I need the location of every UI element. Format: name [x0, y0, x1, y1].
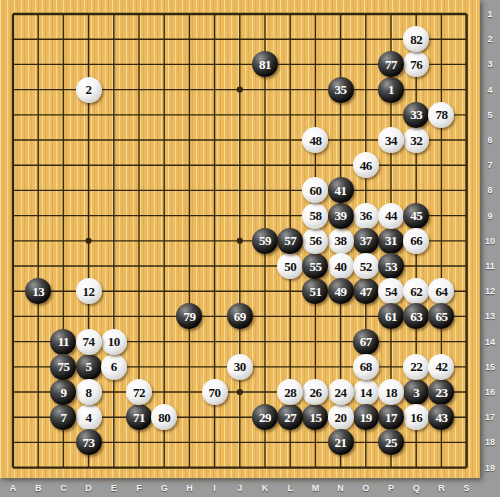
- move-number: 68: [360, 360, 372, 373]
- stone-white-72-F16[interactable]: 72: [126, 379, 152, 405]
- row-coordinate-strip: 12345678910111213141516171819: [480, 0, 500, 497]
- row-label-19: 19: [485, 463, 495, 473]
- move-number: 32: [410, 134, 422, 147]
- move-number: 52: [360, 260, 372, 273]
- stone-black-73-D18[interactable]: 73: [76, 429, 102, 455]
- move-number: 64: [435, 285, 447, 298]
- column-label-D: D: [85, 483, 92, 493]
- move-number: 15: [309, 411, 321, 424]
- stone-black-45-Q9[interactable]: 45: [403, 203, 429, 229]
- stone-white-52-O11[interactable]: 52: [353, 253, 379, 279]
- move-number: 53: [385, 260, 397, 273]
- stone-white-40-N11[interactable]: 40: [328, 253, 354, 279]
- move-number: 46: [360, 159, 372, 172]
- stone-white-10-E14[interactable]: 10: [101, 329, 127, 355]
- move-number: 45: [410, 209, 422, 222]
- stone-white-58-M9[interactable]: 58: [302, 203, 328, 229]
- stone-white-42-R15[interactable]: 42: [428, 354, 454, 380]
- column-label-F: F: [136, 483, 142, 493]
- move-number: 16: [410, 411, 422, 424]
- stone-white-44-P9[interactable]: 44: [378, 203, 404, 229]
- goban[interactable]: 1234567891011121314151617181920212223242…: [0, 0, 480, 478]
- stone-black-39-N9[interactable]: 39: [328, 203, 354, 229]
- move-number: 25: [385, 436, 397, 449]
- move-number: 37: [360, 234, 372, 247]
- move-number: 55: [309, 260, 321, 273]
- stone-white-74-D14[interactable]: 74: [76, 329, 102, 355]
- row-label-8: 8: [487, 185, 492, 195]
- stone-white-70-I16[interactable]: 70: [202, 379, 228, 405]
- stone-black-41-N8[interactable]: 41: [328, 177, 354, 203]
- move-number: 47: [360, 285, 372, 298]
- row-label-11: 11: [485, 261, 495, 271]
- move-number: 2: [86, 83, 92, 96]
- column-label-K: K: [262, 483, 269, 493]
- stone-black-47-O12[interactable]: 47: [353, 278, 379, 304]
- column-label-L: L: [287, 483, 293, 493]
- move-number: 79: [183, 310, 195, 323]
- row-label-18: 18: [485, 437, 495, 447]
- move-number: 58: [309, 209, 321, 222]
- go-diagram-window: 1234567891011121314151617181920212223242…: [0, 0, 500, 497]
- column-coordinate-strip: ABCDEFGHIJKLMNOPQRS: [0, 478, 480, 497]
- move-number: 75: [57, 360, 69, 373]
- stone-white-20-N17[interactable]: 20: [328, 404, 354, 430]
- stone-black-49-N12[interactable]: 49: [328, 278, 354, 304]
- stone-white-14-O16[interactable]: 14: [353, 379, 379, 405]
- move-number: 21: [335, 436, 347, 449]
- move-number: 14: [360, 386, 372, 399]
- row-label-4: 4: [487, 85, 492, 95]
- move-number: 78: [435, 108, 447, 121]
- row-label-16: 16: [485, 387, 495, 397]
- stone-black-31-P10[interactable]: 31: [378, 228, 404, 254]
- stone-white-2-D4[interactable]: 2: [76, 77, 102, 103]
- stone-white-4-D17[interactable]: 4: [76, 404, 102, 430]
- column-label-R: R: [438, 483, 445, 493]
- move-number: 27: [284, 411, 296, 424]
- move-number: 35: [335, 83, 347, 96]
- column-label-H: H: [186, 483, 193, 493]
- move-number: 72: [133, 386, 145, 399]
- stone-white-34-P6[interactable]: 34: [378, 127, 404, 153]
- move-number: 28: [284, 386, 296, 399]
- stone-black-37-O10[interactable]: 37: [353, 228, 379, 254]
- stone-white-30-J15[interactable]: 30: [227, 354, 253, 380]
- move-number: 81: [259, 58, 271, 71]
- column-label-S: S: [464, 483, 470, 493]
- move-number: 67: [360, 335, 372, 348]
- move-number: 62: [410, 285, 422, 298]
- stone-black-21-N18[interactable]: 21: [328, 429, 354, 455]
- move-number: 33: [410, 108, 422, 121]
- move-number: 60: [309, 184, 321, 197]
- move-number: 44: [385, 209, 397, 222]
- stone-white-46-O7[interactable]: 46: [353, 152, 379, 178]
- column-label-A: A: [10, 483, 17, 493]
- move-number: 50: [284, 260, 296, 273]
- move-number: 77: [385, 58, 397, 71]
- column-label-N: N: [337, 483, 344, 493]
- move-number: 82: [410, 33, 422, 46]
- row-label-5: 5: [487, 110, 492, 120]
- column-label-G: G: [161, 483, 168, 493]
- move-number: 12: [83, 285, 95, 298]
- move-number: 22: [410, 360, 422, 373]
- column-label-Q: Q: [413, 483, 420, 493]
- move-number: 80: [158, 411, 170, 424]
- row-label-12: 12: [485, 286, 495, 296]
- column-label-J: J: [237, 483, 242, 493]
- hoshi-point: [86, 238, 92, 244]
- move-number: 8: [86, 386, 92, 399]
- move-number: 20: [335, 411, 347, 424]
- move-number: 73: [83, 436, 95, 449]
- stone-black-59-K10[interactable]: 59: [252, 228, 278, 254]
- row-label-13: 13: [485, 311, 495, 321]
- column-label-C: C: [60, 483, 67, 493]
- move-number: 19: [360, 411, 372, 424]
- column-label-B: B: [35, 483, 42, 493]
- move-number: 51: [309, 285, 321, 298]
- stone-white-12-D12[interactable]: 12: [76, 278, 102, 304]
- move-number: 63: [410, 310, 422, 323]
- move-number: 42: [435, 360, 447, 373]
- move-number: 23: [435, 386, 447, 399]
- move-number: 69: [234, 310, 246, 323]
- row-label-14: 14: [485, 337, 495, 347]
- stone-black-19-O17[interactable]: 19: [353, 404, 379, 430]
- move-number: 10: [108, 335, 120, 348]
- stone-white-68-O15[interactable]: 68: [353, 354, 379, 380]
- stone-black-17-P17[interactable]: 17: [378, 404, 404, 430]
- move-number: 59: [259, 234, 271, 247]
- stone-white-8-D16[interactable]: 8: [76, 379, 102, 405]
- stone-white-32-Q6[interactable]: 32: [403, 127, 429, 153]
- move-number: 48: [309, 134, 321, 147]
- move-number: 61: [385, 310, 397, 323]
- move-number: 29: [259, 411, 271, 424]
- stone-black-1-P4[interactable]: 1: [378, 77, 404, 103]
- row-label-7: 7: [487, 160, 492, 170]
- stone-white-50-L11[interactable]: 50: [277, 253, 303, 279]
- move-number: 34: [385, 134, 397, 147]
- row-label-9: 9: [487, 211, 492, 221]
- move-number: 11: [58, 335, 69, 348]
- stone-white-78-R5[interactable]: 78: [428, 102, 454, 128]
- stone-black-11-C14[interactable]: 11: [50, 329, 76, 355]
- column-label-O: O: [362, 483, 369, 493]
- stone-white-18-P16[interactable]: 18: [378, 379, 404, 405]
- stone-white-6-E15[interactable]: 6: [101, 354, 127, 380]
- row-label-6: 6: [487, 135, 492, 145]
- move-number: 31: [385, 234, 397, 247]
- move-number: 49: [335, 285, 347, 298]
- move-number: 40: [335, 260, 347, 273]
- move-number: 41: [335, 184, 347, 197]
- stone-black-53-P11[interactable]: 53: [378, 253, 404, 279]
- move-number: 7: [60, 411, 66, 424]
- row-label-15: 15: [485, 362, 495, 372]
- stone-black-35-N4[interactable]: 35: [328, 77, 354, 103]
- move-number: 13: [32, 285, 44, 298]
- hoshi-point: [237, 87, 243, 93]
- move-number: 76: [410, 58, 422, 71]
- column-label-E: E: [111, 483, 117, 493]
- stone-white-54-P12[interactable]: 54: [378, 278, 404, 304]
- move-number: 71: [133, 411, 145, 424]
- row-label-10: 10: [485, 236, 495, 246]
- move-number: 18: [385, 386, 397, 399]
- stone-white-36-O9[interactable]: 36: [353, 203, 379, 229]
- stone-white-66-Q10[interactable]: 66: [403, 228, 429, 254]
- stone-black-71-F17[interactable]: 71: [126, 404, 152, 430]
- stone-black-69-J13[interactable]: 69: [227, 303, 253, 329]
- stone-black-33-Q5[interactable]: 33: [403, 102, 429, 128]
- move-number: 6: [111, 360, 117, 373]
- stone-black-3-Q16[interactable]: 3: [403, 379, 429, 405]
- stone-black-5-D15[interactable]: 5: [76, 354, 102, 380]
- stone-white-56-M10[interactable]: 56: [302, 228, 328, 254]
- move-number: 1: [388, 83, 394, 96]
- move-number: 30: [234, 360, 246, 373]
- column-label-I: I: [213, 483, 216, 493]
- move-number: 56: [309, 234, 321, 247]
- move-number: 4: [86, 411, 92, 424]
- stone-black-67-O14[interactable]: 67: [353, 329, 379, 355]
- row-label-2: 2: [487, 34, 492, 44]
- move-number: 70: [209, 386, 221, 399]
- move-number: 54: [385, 285, 397, 298]
- stone-white-22-Q15[interactable]: 22: [403, 354, 429, 380]
- stone-white-28-L16[interactable]: 28: [277, 379, 303, 405]
- row-label-3: 3: [487, 59, 492, 69]
- hoshi-point: [237, 238, 243, 244]
- move-number: 36: [360, 209, 372, 222]
- move-number: 9: [60, 386, 66, 399]
- move-number: 38: [335, 234, 347, 247]
- move-number: 57: [284, 234, 296, 247]
- move-number: 66: [410, 234, 422, 247]
- move-number: 3: [413, 386, 419, 399]
- stone-black-75-C15[interactable]: 75: [50, 354, 76, 380]
- row-label-17: 17: [485, 412, 495, 422]
- stone-white-38-N10[interactable]: 38: [328, 228, 354, 254]
- move-number: 26: [309, 386, 321, 399]
- stone-black-29-K17[interactable]: 29: [252, 404, 278, 430]
- move-number: 74: [83, 335, 95, 348]
- move-number: 65: [435, 310, 447, 323]
- move-number: 39: [335, 209, 347, 222]
- hoshi-point: [237, 389, 243, 395]
- stone-black-57-L10[interactable]: 57: [277, 228, 303, 254]
- move-number: 17: [385, 411, 397, 424]
- column-label-P: P: [388, 483, 394, 493]
- stone-white-24-N16[interactable]: 24: [328, 379, 354, 405]
- move-number: 5: [86, 360, 92, 373]
- move-number: 24: [335, 386, 347, 399]
- row-label-1: 1: [487, 9, 492, 19]
- column-label-M: M: [312, 483, 320, 493]
- move-number: 43: [435, 411, 447, 424]
